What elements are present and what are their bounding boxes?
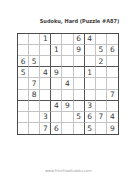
cell-r7c5: 9 — [62, 101, 73, 112]
cell-r3c5 — [62, 56, 73, 67]
cell-r7c1 — [18, 101, 29, 112]
cell-r4c6 — [74, 67, 85, 78]
cell-r8c4 — [51, 112, 62, 123]
cell-r6c7 — [85, 90, 96, 101]
cell-r7c2 — [29, 101, 40, 112]
cell-r1c4 — [51, 34, 62, 45]
cell-r9c2 — [29, 123, 40, 134]
cell-r6c8 — [96, 90, 107, 101]
cell-r4c9 — [107, 67, 118, 78]
cell-r5c5: 4 — [62, 78, 73, 89]
cell-r6c9: 7 — [107, 90, 118, 101]
cell-r4c1: 5 — [18, 67, 29, 78]
cell-r8c5 — [62, 112, 73, 123]
cell-r6c3 — [40, 90, 51, 101]
cell-r9c4: 6 — [51, 123, 62, 134]
cell-r1c9 — [107, 34, 118, 45]
cell-r1c8 — [96, 34, 107, 45]
cell-r7c6 — [74, 101, 85, 112]
footer-url: www.PrintFreeSudoku.com — [45, 169, 91, 173]
cell-r1c5 — [62, 34, 73, 45]
cell-r2c3 — [40, 45, 51, 56]
cell-r8c3: 3 — [40, 112, 51, 123]
cell-r5c2: 7 — [29, 78, 40, 89]
cell-r2c4: 1 — [51, 45, 62, 56]
cell-r9c3: 7 — [40, 123, 51, 134]
cell-r1c1 — [18, 34, 29, 45]
cell-r6c5 — [62, 90, 73, 101]
cell-r5c4 — [51, 78, 62, 89]
cell-r4c2 — [29, 67, 40, 78]
cell-r9c6 — [74, 123, 85, 134]
cell-r4c4: 9 — [51, 67, 62, 78]
cell-r9c7: 5 — [85, 123, 96, 134]
cell-r1c3: 1 — [40, 34, 51, 45]
cell-r3c9 — [107, 56, 118, 67]
cell-r7c8 — [96, 101, 107, 112]
cell-r3c3 — [40, 56, 51, 67]
page-title-text: Sudoku, Hard (Puzzle #A87) — [40, 18, 120, 24]
cell-r8c9: 4 — [107, 112, 118, 123]
cell-r7c4: 4 — [51, 101, 62, 112]
page-footer: www.PrintFreeSudoku.com — [0, 160, 136, 176]
cell-r8c1 — [18, 112, 29, 123]
cell-r6c6 — [74, 90, 85, 101]
cell-r5c9 — [107, 78, 118, 89]
cell-r3c7 — [85, 56, 96, 67]
cell-r8c7: 6 — [85, 112, 96, 123]
cell-r1c7: 4 — [85, 34, 96, 45]
cell-r8c2 — [29, 112, 40, 123]
cell-r3c2: 5 — [29, 56, 40, 67]
cell-r2c5 — [62, 45, 73, 56]
cell-r2c6: 9 — [74, 45, 85, 56]
cell-r7c9 — [107, 101, 118, 112]
cell-r3c1: 6 — [18, 56, 29, 67]
cell-r2c2 — [29, 45, 40, 56]
cell-r6c4 — [51, 90, 62, 101]
cell-r2c9: 6 — [107, 45, 118, 56]
cell-r9c1 — [18, 123, 29, 134]
cell-r5c8 — [96, 78, 107, 89]
cell-r7c3 — [40, 101, 51, 112]
cell-r6c2: 8 — [29, 90, 40, 101]
cell-r9c5 — [62, 123, 73, 134]
cell-r9c9: 9 — [107, 123, 118, 134]
cell-r4c7: 1 — [85, 67, 96, 78]
cell-r8c6: 5 — [74, 112, 85, 123]
cell-r7c7: 3 — [85, 101, 96, 112]
cell-r2c1 — [18, 45, 29, 56]
cell-r5c1 — [18, 78, 29, 89]
cell-r3c4 — [51, 56, 62, 67]
cell-r5c7 — [85, 78, 96, 89]
cell-r6c1 — [18, 90, 29, 101]
cell-r5c3 — [40, 78, 51, 89]
cell-r4c3: 4 — [40, 67, 51, 78]
cell-r1c6: 6 — [74, 34, 85, 45]
sudoku-board: 164195665254917487493356747659 — [17, 33, 119, 135]
cell-r8c8: 7 — [96, 112, 107, 123]
cell-r3c6 — [74, 56, 85, 67]
cell-r5c6 — [74, 78, 85, 89]
cell-r2c7 — [85, 45, 96, 56]
cell-r4c8 — [96, 67, 107, 78]
page-title: Sudoku, Hard (Puzzle #A87) — [0, 12, 136, 31]
cell-r2c8: 5 — [96, 45, 107, 56]
cell-r3c8: 2 — [96, 56, 107, 67]
cell-r1c2 — [29, 34, 40, 45]
cell-r9c8 — [96, 123, 107, 134]
cell-r4c5 — [62, 67, 73, 78]
